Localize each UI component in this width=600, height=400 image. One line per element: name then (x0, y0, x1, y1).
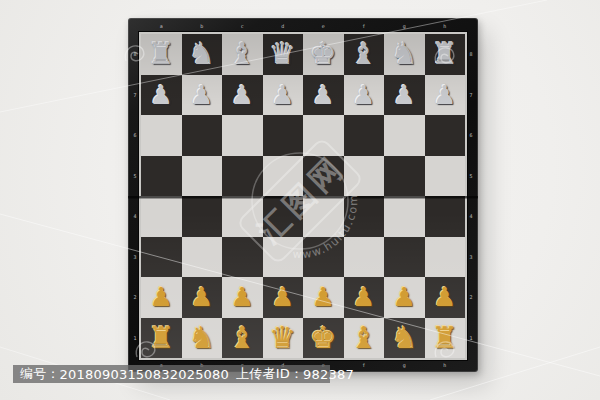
gold-bishop-c1: ♝ (229, 323, 256, 353)
square-h7: ♟ (425, 75, 466, 116)
file-label-a: a (141, 21, 182, 31)
square-h1: ♜ (425, 318, 466, 359)
square-c4 (222, 196, 263, 237)
square-b4 (182, 196, 223, 237)
square-d8: ♛ (263, 34, 304, 75)
square-e3 (303, 237, 344, 278)
silver-bishop-c8: ♝ (229, 39, 256, 69)
square-a5 (141, 156, 182, 197)
rank-label-1: 1 (466, 318, 476, 359)
square-b3 (182, 237, 223, 278)
square-d2: ♟ (263, 277, 304, 318)
gold-pawn-e2: ♟ (312, 284, 335, 310)
serial-label: 编号： (20, 365, 60, 383)
silver-pawn-b7: ♟ (190, 82, 213, 108)
square-d5 (263, 156, 304, 197)
square-e4 (303, 196, 344, 237)
footer-bar: 编号：20180903150832025080上传者ID：982387 (13, 365, 330, 383)
square-g4 (384, 196, 425, 237)
silver-pawn-g7: ♟ (393, 82, 416, 108)
gold-rook-a1: ♜ (148, 323, 175, 353)
square-d7: ♟ (263, 75, 304, 116)
square-b7: ♟ (182, 75, 223, 116)
board-fold-seam (128, 196, 478, 199)
file-label-f: f (344, 21, 385, 31)
square-e8: ♚ (303, 34, 344, 75)
square-d1: ♛ (263, 318, 304, 359)
square-f8: ♝ (344, 34, 385, 75)
square-e7: ♟ (303, 75, 344, 116)
file-label-b: b (182, 21, 223, 31)
square-a1: ♜ (141, 318, 182, 359)
rank-label-8: 8 (466, 34, 476, 75)
gold-pawn-c2: ♟ (231, 284, 254, 310)
silver-pawn-h7: ♟ (433, 82, 456, 108)
file-label-e: e (303, 21, 344, 31)
square-h5 (425, 156, 466, 197)
photo-background: abcdefgh abcdefgh 87654321 87654321 ♜♞♝♛… (0, 0, 600, 400)
square-b6 (182, 115, 223, 156)
uploader-id: 982387 (303, 367, 354, 382)
square-g7: ♟ (384, 75, 425, 116)
gold-rook-h1: ♜ (431, 323, 458, 353)
silver-pawn-a7: ♟ (150, 82, 173, 108)
gold-pawn-g2: ♟ (393, 284, 416, 310)
square-b8: ♞ (182, 34, 223, 75)
file-label-c: c (222, 21, 263, 31)
rank-label-7: 7 (130, 75, 140, 116)
gold-pawn-b2: ♟ (190, 284, 213, 310)
square-f1: ♝ (344, 318, 385, 359)
rank-label-7: 7 (466, 75, 476, 116)
square-g2: ♟ (384, 277, 425, 318)
square-h2: ♟ (425, 277, 466, 318)
rank-label-4: 4 (130, 196, 140, 237)
gold-pawn-h2: ♟ (433, 284, 456, 310)
square-e1: ♚ (303, 318, 344, 359)
square-c6 (222, 115, 263, 156)
square-g3 (384, 237, 425, 278)
rank-label-1: 1 (130, 318, 140, 359)
square-c3 (222, 237, 263, 278)
gold-king-e1: ♚ (310, 323, 337, 353)
square-c5 (222, 156, 263, 197)
square-h6 (425, 115, 466, 156)
square-e5 (303, 156, 344, 197)
rank-label-3: 3 (466, 237, 476, 278)
silver-bishop-f8: ♝ (350, 39, 377, 69)
rank-label-2: 2 (130, 277, 140, 318)
silver-pawn-f7: ♟ (352, 82, 375, 108)
rank-label-8: 8 (130, 34, 140, 75)
square-d4 (263, 196, 304, 237)
gold-pawn-d2: ♟ (271, 284, 294, 310)
rank-label-2: 2 (466, 277, 476, 318)
silver-knight-g8: ♞ (391, 39, 418, 69)
square-h8: ♜ (425, 34, 466, 75)
square-f4 (344, 196, 385, 237)
silver-knight-b8: ♞ (188, 39, 215, 69)
file-label-g: g (384, 360, 425, 370)
square-b1: ♞ (182, 318, 223, 359)
silver-rook-a8: ♜ (148, 39, 175, 69)
rank-label-6: 6 (130, 115, 140, 156)
file-label-g: g (384, 21, 425, 31)
gold-queen-d1: ♛ (269, 323, 296, 353)
file-label-d: d (263, 21, 304, 31)
silver-king-e8: ♚ (310, 39, 337, 69)
square-d6 (263, 115, 304, 156)
square-f5 (344, 156, 385, 197)
square-g1: ♞ (384, 318, 425, 359)
gold-knight-b1: ♞ (188, 323, 215, 353)
file-label-h: h (425, 21, 466, 31)
square-c8: ♝ (222, 34, 263, 75)
square-a4 (141, 196, 182, 237)
square-c7: ♟ (222, 75, 263, 116)
square-f7: ♟ (344, 75, 385, 116)
square-h4 (425, 196, 466, 237)
silver-pawn-e7: ♟ (312, 82, 335, 108)
square-b2: ♟ (182, 277, 223, 318)
square-f2: ♟ (344, 277, 385, 318)
silver-pawn-d7: ♟ (271, 82, 294, 108)
silver-pawn-c7: ♟ (231, 82, 254, 108)
rank-label-5: 5 (130, 156, 140, 197)
square-a7: ♟ (141, 75, 182, 116)
square-c1: ♝ (222, 318, 263, 359)
square-e6 (303, 115, 344, 156)
rank-label-6: 6 (466, 115, 476, 156)
square-a6 (141, 115, 182, 156)
square-g6 (384, 115, 425, 156)
silver-queen-d8: ♛ (269, 39, 296, 69)
square-a8: ♜ (141, 34, 182, 75)
file-label-h: h (425, 360, 466, 370)
square-g8: ♞ (384, 34, 425, 75)
file-labels-top: abcdefgh (141, 21, 465, 31)
gold-knight-g1: ♞ (391, 323, 418, 353)
gold-bishop-f1: ♝ (350, 323, 377, 353)
square-c2: ♟ (222, 277, 263, 318)
square-f3 (344, 237, 385, 278)
square-e2: ♟ (303, 277, 344, 318)
gold-pawn-a2: ♟ (150, 284, 173, 310)
rank-label-4: 4 (466, 196, 476, 237)
gold-pawn-f2: ♟ (352, 284, 375, 310)
square-a2: ♟ (141, 277, 182, 318)
square-h3 (425, 237, 466, 278)
rank-label-3: 3 (130, 237, 140, 278)
square-a3 (141, 237, 182, 278)
uploader-label: 上传者ID： (236, 365, 303, 383)
square-g5 (384, 156, 425, 197)
square-f6 (344, 115, 385, 156)
square-d3 (263, 237, 304, 278)
serial-value: 20180903150832025080 (60, 367, 229, 382)
square-b5 (182, 156, 223, 197)
rank-label-5: 5 (466, 156, 476, 197)
silver-rook-h8: ♜ (431, 39, 458, 69)
chess-board: abcdefgh abcdefgh 87654321 87654321 ♜♞♝♛… (128, 18, 478, 372)
